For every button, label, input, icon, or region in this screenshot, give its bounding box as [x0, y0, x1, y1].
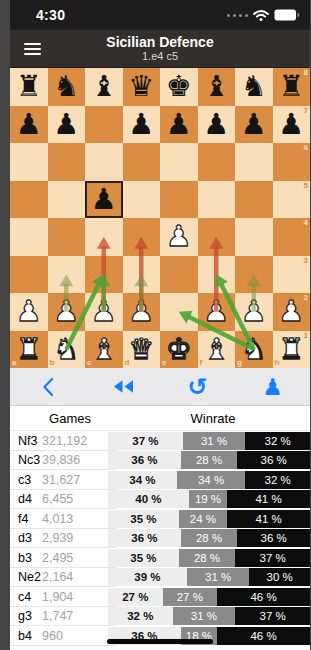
square-b1[interactable]: ♞b: [48, 331, 86, 369]
black-pawn: ♟: [241, 106, 267, 143]
draw-segment: 28 %: [181, 451, 238, 469]
rank-label: 7: [304, 107, 308, 115]
square-a4[interactable]: [10, 218, 48, 256]
black-pawn: ♟: [166, 106, 192, 143]
square-d3[interactable]: [123, 256, 161, 294]
move-row-c3[interactable]: c331,62734 %34 %32 %: [10, 470, 310, 490]
black-queen: ♛: [128, 68, 154, 105]
move-row-d3[interactable]: d32,93936 %28 %36 %: [10, 529, 310, 549]
games-count: 321,192: [42, 434, 108, 448]
move-row-Nc3[interactable]: Nc339,83636 %28 %36 %: [10, 451, 310, 471]
square-h1[interactable]: ♜1h: [273, 331, 311, 369]
square-e7[interactable]: ♟: [160, 106, 198, 144]
rank-label: 4: [304, 219, 308, 227]
board-area: ♜♞♝♛♚♝♞♜8♟♟♟♟♟♟♟76♟5♟43♟♟♟♟♟♟♟2♜a♞b♝c♛d♚…: [10, 68, 310, 368]
black-win-segment: 37 %: [235, 549, 310, 567]
square-e3[interactable]: [160, 256, 198, 294]
black-pawn: ♟: [53, 106, 79, 143]
square-e6[interactable]: [160, 143, 198, 181]
winrate-bar: 37 %31 %32 %: [108, 432, 310, 450]
move-label: g3: [10, 609, 42, 623]
white-win-segment: 37 %: [108, 432, 183, 450]
square-b2[interactable]: ♟: [48, 293, 86, 331]
square-c3[interactable]: [85, 256, 123, 294]
file-label: a: [12, 359, 16, 367]
draw-segment: 34 %: [177, 471, 246, 489]
square-h7[interactable]: ♟7: [273, 106, 311, 144]
black-pawn: ♟: [203, 106, 229, 143]
move-label: d3: [10, 531, 42, 545]
square-g7[interactable]: ♟: [235, 106, 273, 144]
draw-segment: 31 %: [173, 607, 236, 625]
move-label: Ne2: [10, 570, 42, 584]
chevron-left-icon: [41, 376, 55, 398]
white-win-segment: 39 %: [108, 568, 187, 586]
white-pawn: ♟: [166, 218, 192, 255]
square-b7[interactable]: ♟: [48, 106, 86, 144]
square-d1[interactable]: ♛d: [123, 331, 161, 369]
square-b5[interactable]: [48, 181, 86, 219]
toolbar: ↺ ♟: [10, 368, 310, 406]
square-e4[interactable]: ♟: [160, 218, 198, 256]
square-d6[interactable]: [123, 143, 161, 181]
pieces-button[interactable]: ♟: [235, 368, 310, 405]
white-bishop: ♝: [203, 331, 229, 368]
square-h8[interactable]: ♜8: [273, 68, 311, 106]
black-knight: ♞: [53, 68, 79, 105]
rank-label: 2: [304, 294, 308, 302]
reset-button[interactable]: ↺: [160, 368, 235, 405]
black-win-segment: 41 %: [227, 510, 310, 528]
black-win-segment: 32 %: [245, 432, 310, 450]
page-title: Sicilian Defence: [106, 34, 213, 50]
move-row-c4[interactable]: c41,90427 %27 %46 %: [10, 587, 310, 607]
games-column-header: Games: [10, 411, 116, 426]
white-pawn: ♟: [53, 293, 79, 330]
white-win-segment: 35 %: [108, 549, 179, 567]
move-label: c3: [10, 473, 42, 487]
move-label: b3: [10, 551, 42, 565]
black-king: ♚: [166, 68, 192, 105]
square-g2[interactable]: ♟: [235, 293, 273, 331]
winrate-bar: 39 %31 %30 %: [108, 568, 310, 586]
square-c6[interactable]: [85, 143, 123, 181]
white-win-segment: 36 %: [108, 451, 181, 469]
square-c4[interactable]: [85, 218, 123, 256]
square-a2[interactable]: ♟: [10, 293, 48, 331]
white-pawn: ♟: [278, 293, 304, 330]
black-win-segment: 37 %: [235, 607, 310, 625]
square-d4[interactable]: [123, 218, 161, 256]
chess-board[interactable]: ♜♞♝♛♚♝♞♜8♟♟♟♟♟♟♟76♟5♟43♟♟♟♟♟♟♟2♜a♞b♝c♛d♚…: [10, 68, 310, 368]
draw-segment: 31 %: [183, 432, 246, 450]
rank-label: 6: [304, 144, 308, 152]
white-rook: ♜: [278, 331, 304, 368]
draw-segment: 28 %: [179, 549, 236, 567]
winrate-column-header: Winrate: [116, 411, 310, 426]
square-a1[interactable]: ♜a: [10, 331, 48, 369]
app-screen: 4:30 Sicilian Defence 1.e4 c5 ♜♞♝♛♚♝♞♜8♟…: [10, 0, 310, 650]
square-f6[interactable]: [198, 143, 236, 181]
black-bishop: ♝: [203, 68, 229, 105]
home-indicator: [107, 639, 213, 644]
square-e5[interactable]: [160, 181, 198, 219]
square-g1[interactable]: ♞g: [235, 331, 273, 369]
games-count: 1,747: [42, 609, 108, 623]
winrate-bar: 40 %19 %41 %: [108, 490, 310, 508]
white-win-segment: 36 %: [108, 529, 181, 547]
clock: 4:30: [36, 7, 65, 23]
moves-table: Nf3321,19237 %31 %32 %Nc339,83636 %28 %3…: [10, 431, 310, 646]
move-label: d4: [10, 492, 42, 506]
pawn-icon: ♟: [262, 375, 283, 399]
square-a7[interactable]: ♟: [10, 106, 48, 144]
square-a6[interactable]: [10, 143, 48, 181]
winrate-bar: 36 %28 %36 %: [108, 529, 310, 547]
rotate-ccw-icon: ↺: [187, 375, 207, 399]
games-count: 39,836: [42, 453, 108, 467]
white-pawn: ♟: [16, 293, 42, 330]
square-e1[interactable]: ♚e: [160, 331, 198, 369]
white-king: ♚: [166, 331, 192, 368]
square-c8[interactable]: ♝: [85, 68, 123, 106]
file-label: h: [275, 359, 280, 367]
square-g8[interactable]: ♞: [235, 68, 273, 106]
rewind-to-start-button[interactable]: [85, 368, 160, 405]
square-e8[interactable]: ♚: [160, 68, 198, 106]
square-c2[interactable]: ♟: [85, 293, 123, 331]
square-a8[interactable]: ♜: [10, 68, 48, 106]
games-count: 960: [42, 629, 108, 643]
black-win-segment: 36 %: [237, 529, 310, 547]
square-b6[interactable]: [48, 143, 86, 181]
square-d7[interactable]: ♟: [123, 106, 161, 144]
white-win-segment: 27 %: [108, 588, 163, 606]
white-bishop: ♝: [91, 331, 117, 368]
winrate-bar: 32 %31 %37 %: [108, 607, 310, 625]
move-row-g3[interactable]: g31,74732 %31 %37 %: [10, 607, 310, 627]
move-row-Ne2[interactable]: Ne22,16439 %31 %30 %: [10, 568, 310, 588]
move-row-b3[interactable]: b32,49535 %28 %37 %: [10, 548, 310, 568]
square-c7[interactable]: [85, 106, 123, 144]
winrate-bar: 27 %27 %46 %: [108, 588, 310, 606]
draw-segment: 24 %: [179, 510, 227, 528]
draw-segment: 27 %: [163, 588, 218, 606]
winrate-bar: 35 %24 %41 %: [108, 510, 310, 528]
square-h6[interactable]: 6: [273, 143, 311, 181]
square-g4[interactable]: [235, 218, 273, 256]
white-knight: ♞: [241, 331, 267, 368]
square-d5[interactable]: [123, 181, 161, 219]
square-h3[interactable]: 3: [273, 256, 311, 294]
square-f4[interactable]: [198, 218, 236, 256]
menu-icon[interactable]: [24, 43, 41, 55]
black-knight: ♞: [241, 68, 267, 105]
rewind-icon: [112, 379, 134, 394]
move-label: Nc3: [10, 453, 42, 467]
rank-label: 8: [304, 69, 308, 77]
square-h4[interactable]: 4: [273, 218, 311, 256]
black-pawn: ♟: [278, 106, 304, 143]
white-knight: ♞: [53, 331, 79, 368]
black-pawn: ♟: [91, 181, 117, 218]
battery-icon: [274, 9, 300, 21]
rank-label: 5: [304, 182, 308, 190]
black-win-segment: 36 %: [237, 451, 310, 469]
games-count: 31,627: [42, 473, 108, 487]
white-win-segment: 35 %: [108, 510, 179, 528]
winrate-bar: 36 %28 %36 %: [108, 451, 310, 469]
black-win-segment: 46 %: [217, 627, 310, 645]
status-bar: 4:30: [10, 0, 310, 30]
file-label: d: [125, 359, 130, 367]
table-header: Games Winrate: [10, 406, 310, 431]
file-label: b: [50, 359, 55, 367]
black-win-segment: 46 %: [217, 588, 310, 606]
games-count: 4,013: [42, 512, 108, 526]
move-label: c4: [10, 590, 42, 604]
draw-segment: 19 %: [189, 490, 227, 508]
square-c1[interactable]: ♝c: [85, 331, 123, 369]
opening-moves-subtitle: 1.e4 c5: [142, 50, 178, 63]
move-row-Nf3[interactable]: Nf3321,19237 %31 %32 %: [10, 431, 310, 451]
square-b3[interactable]: [48, 256, 86, 294]
games-count: 2,164: [42, 570, 108, 584]
file-label: g: [237, 359, 242, 367]
square-c5[interactable]: ♟: [85, 181, 123, 219]
square-f7[interactable]: ♟: [198, 106, 236, 144]
square-f2[interactable]: ♟: [198, 293, 236, 331]
white-pawn: ♟: [241, 293, 267, 330]
square-a3[interactable]: [10, 256, 48, 294]
square-d2[interactable]: ♟: [123, 293, 161, 331]
black-rook: ♜: [278, 68, 304, 105]
white-win-segment: 32 %: [108, 607, 173, 625]
cellular-signal-icon: [227, 14, 248, 17]
white-queen: ♛: [128, 331, 154, 368]
white-pawn: ♟: [203, 293, 229, 330]
square-b8[interactable]: ♞: [48, 68, 86, 106]
back-button[interactable]: [10, 368, 85, 405]
games-count: 1,904: [42, 590, 108, 604]
rank-label: 3: [304, 257, 308, 265]
winrate-bar: 35 %28 %37 %: [108, 549, 310, 567]
black-bishop: ♝: [91, 68, 117, 105]
square-e2[interactable]: [160, 293, 198, 331]
square-f3[interactable]: [198, 256, 236, 294]
square-g6[interactable]: [235, 143, 273, 181]
black-pawn: ♟: [128, 106, 154, 143]
square-f8[interactable]: ♝: [198, 68, 236, 106]
square-h5[interactable]: 5: [273, 181, 311, 219]
games-count: 2,939: [42, 531, 108, 545]
white-rook: ♜: [16, 331, 42, 368]
black-win-segment: 30 %: [249, 568, 310, 586]
square-h2[interactable]: ♟2: [273, 293, 311, 331]
games-count: 6,455: [42, 492, 108, 506]
file-label: f: [200, 359, 203, 367]
white-win-segment: 40 %: [108, 490, 189, 508]
move-row-d4[interactable]: d46,45540 %19 %41 %: [10, 490, 310, 510]
square-f5[interactable]: [198, 181, 236, 219]
black-rook: ♜: [16, 68, 42, 105]
move-label: b4: [10, 629, 42, 643]
move-label: Nf3: [10, 434, 42, 448]
square-d8[interactable]: ♛: [123, 68, 161, 106]
square-b4[interactable]: [48, 218, 86, 256]
white-pawn: ♟: [128, 293, 154, 330]
square-g5[interactable]: [235, 181, 273, 219]
file-label: c: [87, 359, 91, 367]
wifi-icon: [253, 9, 269, 21]
square-f1[interactable]: ♝f: [198, 331, 236, 369]
file-label: e: [162, 359, 166, 367]
square-a5[interactable]: [10, 181, 48, 219]
white-win-segment: 34 %: [108, 471, 177, 489]
draw-segment: 28 %: [181, 529, 238, 547]
black-pawn: ♟: [16, 106, 42, 143]
games-count: 2,495: [42, 551, 108, 565]
move-row-f4[interactable]: f44,01335 %24 %41 %: [10, 509, 310, 529]
winrate-bar: 34 %34 %32 %: [108, 471, 310, 489]
move-label: f4: [10, 512, 42, 526]
rank-label: 1: [304, 332, 308, 340]
square-g3[interactable]: [235, 256, 273, 294]
black-win-segment: 41 %: [227, 490, 310, 508]
draw-segment: 31 %: [187, 568, 250, 586]
black-win-segment: 32 %: [245, 471, 310, 489]
app-header: Sicilian Defence 1.e4 c5: [10, 30, 310, 68]
white-pawn: ♟: [91, 293, 117, 330]
